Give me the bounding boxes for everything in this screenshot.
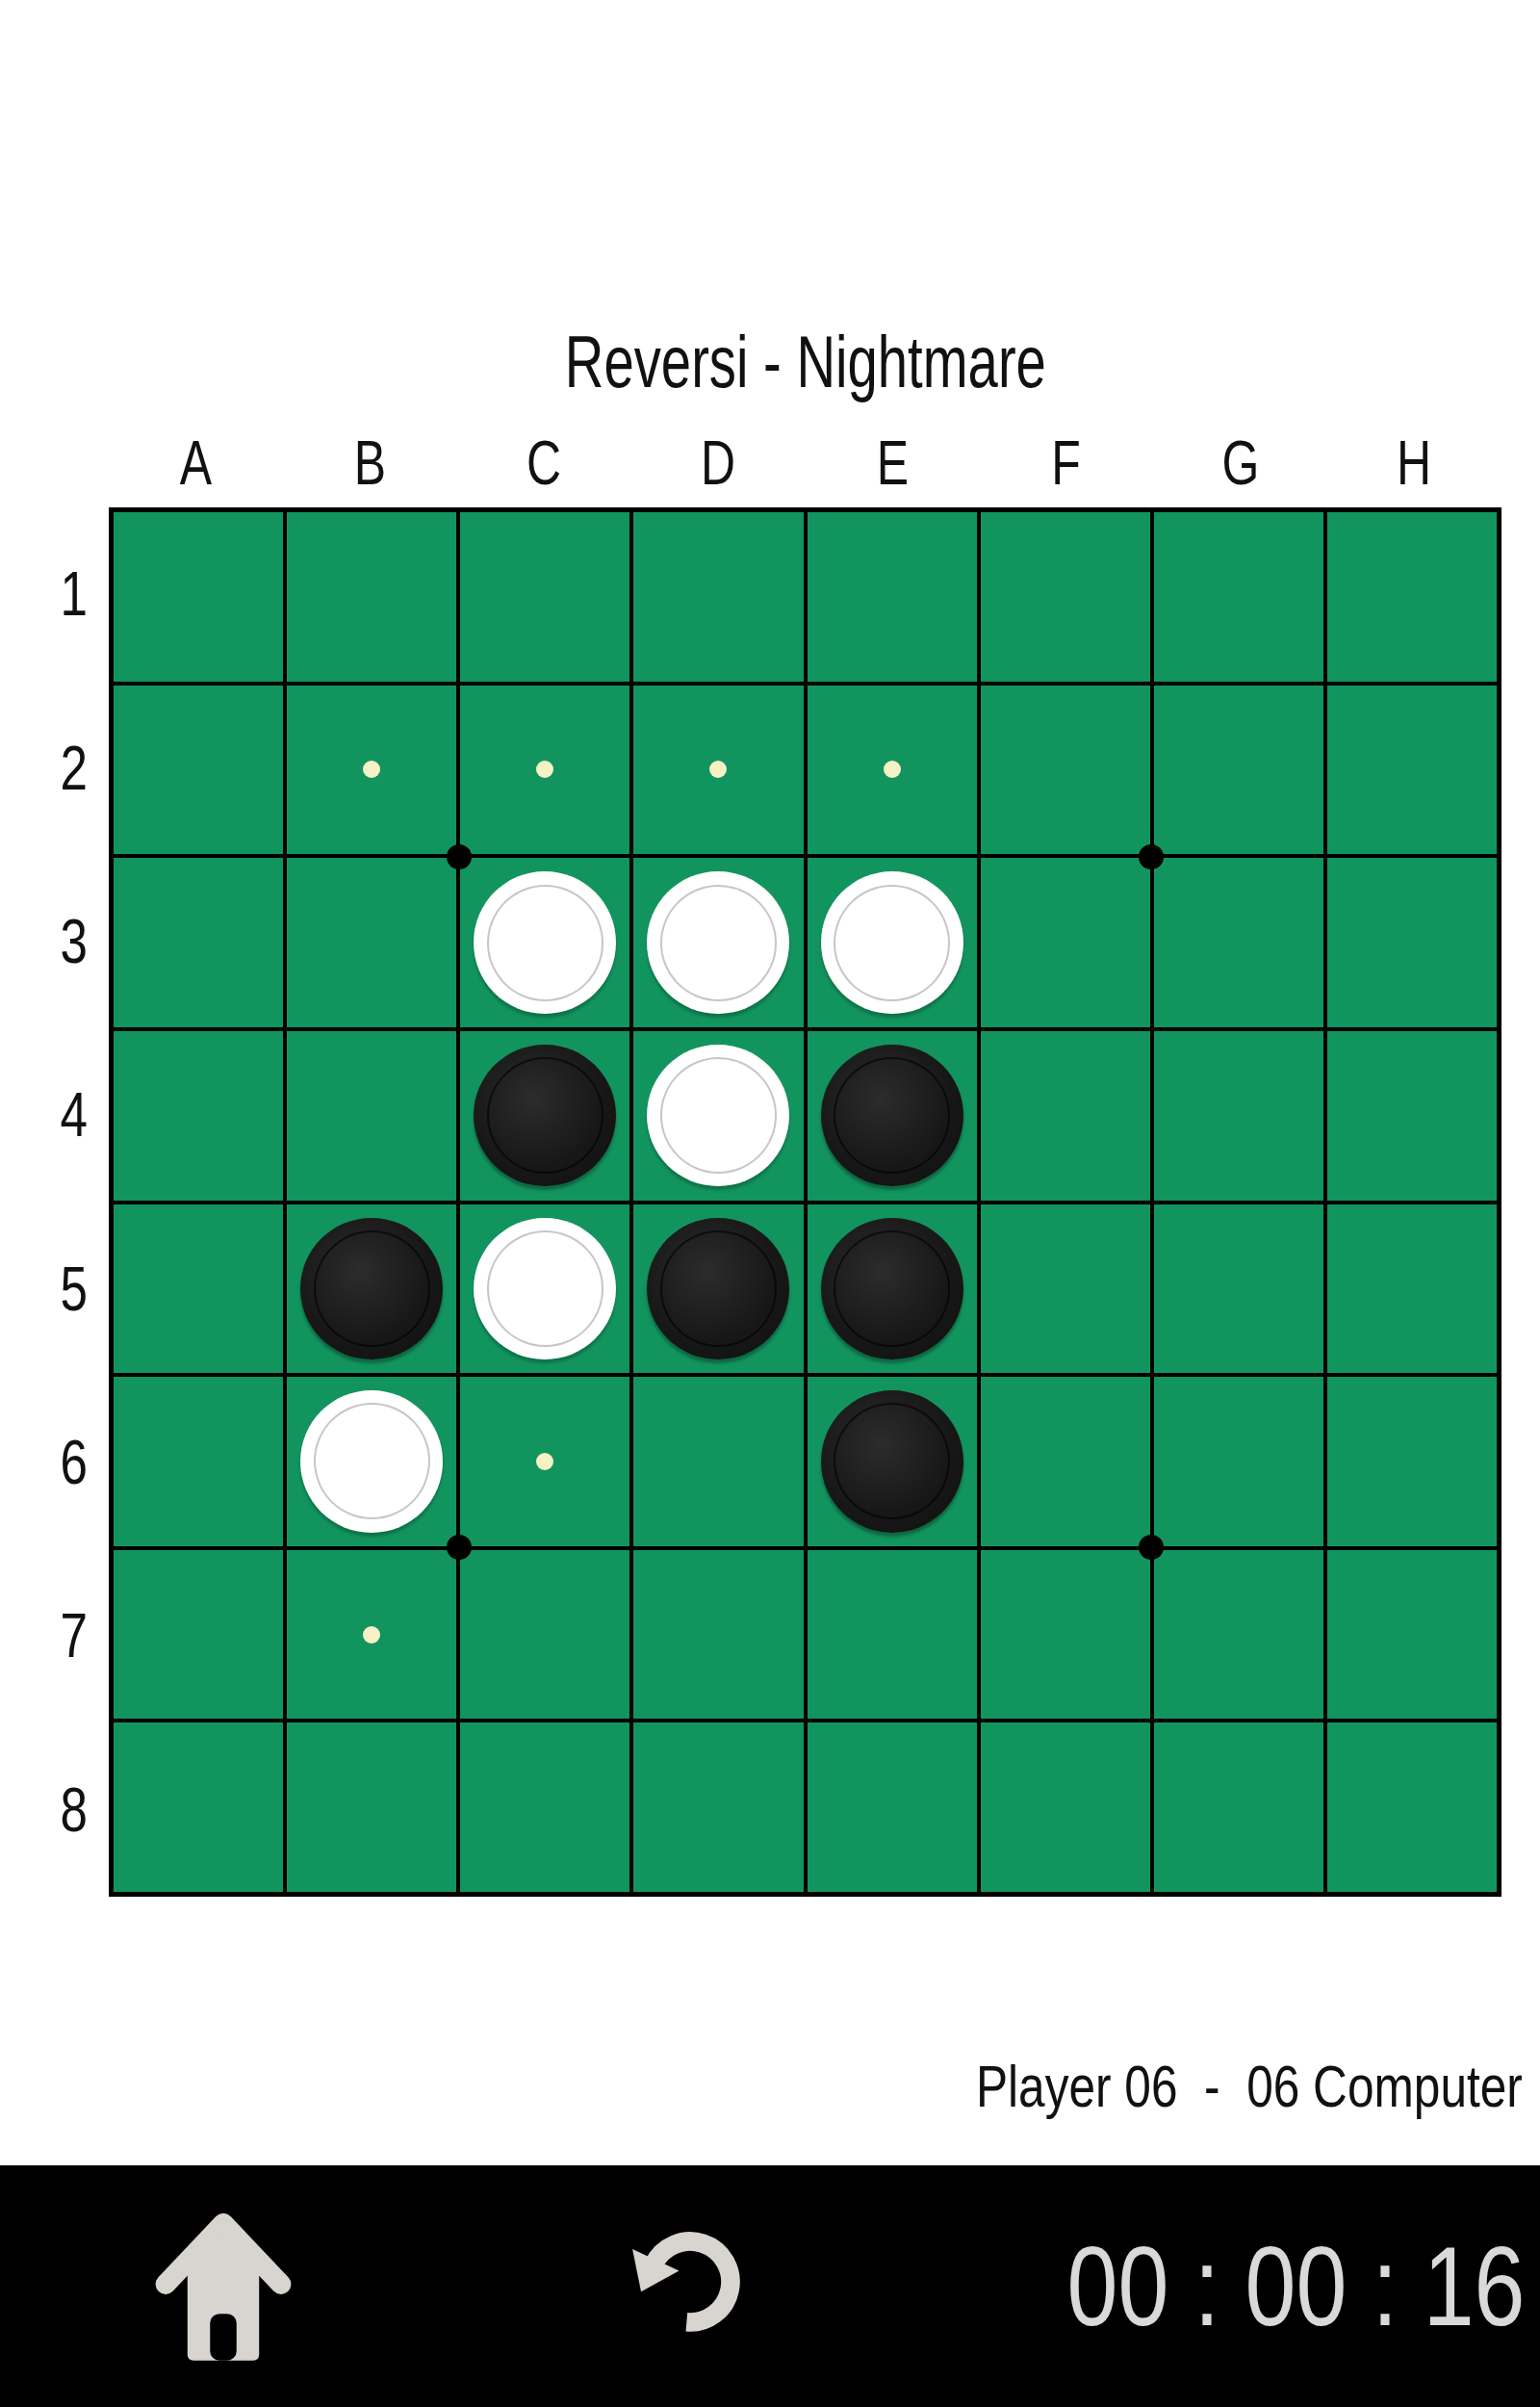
row-label-2: 2 bbox=[61, 738, 88, 799]
cell-b8[interactable] bbox=[287, 1722, 456, 1892]
white-disc bbox=[300, 1390, 443, 1533]
home-icon bbox=[142, 2200, 304, 2371]
legal-move-hint bbox=[363, 761, 380, 778]
legal-move-hint bbox=[709, 761, 727, 778]
cell-b4[interactable] bbox=[287, 1031, 456, 1201]
undo-icon bbox=[616, 2208, 751, 2342]
cell-d3[interactable] bbox=[633, 858, 803, 1027]
column-label-b: B bbox=[354, 432, 386, 494]
cell-g2[interactable] bbox=[1154, 686, 1323, 855]
row-label-1: 1 bbox=[61, 563, 88, 625]
cell-b2[interactable] bbox=[287, 686, 456, 855]
white-disc bbox=[647, 1045, 789, 1187]
cell-g3[interactable] bbox=[1154, 858, 1323, 1027]
column-label-c: C bbox=[526, 432, 561, 494]
cell-h7[interactable] bbox=[1327, 1550, 1497, 1720]
page-title: Reversi - Nightmare bbox=[109, 325, 1501, 399]
black-disc bbox=[821, 1218, 963, 1360]
board-star-point bbox=[447, 844, 472, 869]
black-disc bbox=[821, 1045, 963, 1187]
cell-c1[interactable] bbox=[460, 512, 629, 682]
black-disc bbox=[474, 1045, 616, 1187]
score-text: Player 06 - 06 Computer bbox=[976, 2057, 1523, 2116]
board-star-point bbox=[1139, 844, 1164, 869]
cell-c5[interactable] bbox=[460, 1204, 629, 1374]
cell-h6[interactable] bbox=[1327, 1377, 1497, 1546]
cell-h8[interactable] bbox=[1327, 1722, 1497, 1892]
legal-move-hint bbox=[536, 1453, 553, 1470]
column-label-a: A bbox=[180, 432, 212, 494]
cell-a5[interactable] bbox=[114, 1204, 283, 1374]
cell-a4[interactable] bbox=[114, 1031, 283, 1201]
column-label-f: F bbox=[1052, 432, 1081, 494]
cell-c4[interactable] bbox=[460, 1031, 629, 1201]
board bbox=[109, 507, 1501, 1897]
cell-d6[interactable] bbox=[633, 1377, 803, 1546]
cell-d4[interactable] bbox=[633, 1031, 803, 1201]
column-label-d: D bbox=[701, 432, 735, 494]
cell-h3[interactable] bbox=[1327, 858, 1497, 1027]
row-label-7: 7 bbox=[61, 1605, 88, 1667]
cell-f5[interactable] bbox=[981, 1204, 1150, 1374]
row-label-6: 6 bbox=[61, 1432, 88, 1493]
cell-c8[interactable] bbox=[460, 1722, 629, 1892]
column-label-h: H bbox=[1398, 432, 1432, 494]
legal-move-hint bbox=[363, 1626, 380, 1643]
row-label-4: 4 bbox=[61, 1084, 88, 1146]
app-screen: Reversi - Nightmare ABCDEFGH 12345678 Pl… bbox=[0, 0, 1540, 2407]
column-label-g: G bbox=[1221, 432, 1259, 494]
cell-g8[interactable] bbox=[1154, 1722, 1323, 1892]
cell-h5[interactable] bbox=[1327, 1204, 1497, 1374]
cell-a6[interactable] bbox=[114, 1377, 283, 1546]
row-label-3: 3 bbox=[61, 911, 88, 972]
white-disc bbox=[474, 1218, 616, 1360]
cell-d7[interactable] bbox=[633, 1550, 803, 1720]
cell-a7[interactable] bbox=[114, 1550, 283, 1720]
cell-f7[interactable] bbox=[981, 1550, 1150, 1720]
cell-f8[interactable] bbox=[981, 1722, 1150, 1892]
board-star-point bbox=[447, 1535, 472, 1560]
cell-f1[interactable] bbox=[981, 512, 1150, 682]
white-disc bbox=[474, 871, 616, 1014]
cell-b1[interactable] bbox=[287, 512, 456, 682]
cell-b5[interactable] bbox=[287, 1204, 456, 1374]
cell-e8[interactable] bbox=[808, 1722, 977, 1892]
cell-d2[interactable] bbox=[633, 686, 803, 855]
cell-d1[interactable] bbox=[633, 512, 803, 682]
cell-a8[interactable] bbox=[114, 1722, 283, 1892]
cell-h1[interactable] bbox=[1327, 512, 1497, 682]
cell-e7[interactable] bbox=[808, 1550, 977, 1720]
bottom-bar: 00 : 00 : 16 bbox=[0, 2165, 1540, 2407]
legal-move-hint bbox=[536, 761, 553, 778]
black-disc bbox=[647, 1218, 789, 1360]
cell-g5[interactable] bbox=[1154, 1204, 1323, 1374]
cell-h4[interactable] bbox=[1327, 1031, 1497, 1201]
cell-e6[interactable] bbox=[808, 1377, 977, 1546]
row-labels: 12345678 bbox=[0, 507, 109, 1897]
cell-c6[interactable] bbox=[460, 1377, 629, 1546]
cell-b7[interactable] bbox=[287, 1550, 456, 1720]
row-label-5: 5 bbox=[61, 1258, 88, 1320]
column-label-e: E bbox=[876, 432, 908, 494]
cell-c3[interactable] bbox=[460, 858, 629, 1027]
cell-d8[interactable] bbox=[633, 1722, 803, 1892]
black-disc bbox=[821, 1390, 963, 1533]
cell-f6[interactable] bbox=[981, 1377, 1150, 1546]
cell-c7[interactable] bbox=[460, 1550, 629, 1720]
cell-f4[interactable] bbox=[981, 1031, 1150, 1201]
cell-e1[interactable] bbox=[808, 512, 977, 682]
cell-a1[interactable] bbox=[114, 512, 283, 682]
cell-g1[interactable] bbox=[1154, 512, 1323, 682]
game-timer: 00 : 00 : 16 bbox=[1066, 2165, 1525, 2407]
board-star-point bbox=[1139, 1535, 1164, 1560]
cell-e3[interactable] bbox=[808, 858, 977, 1027]
cell-a3[interactable] bbox=[114, 858, 283, 1027]
cell-e4[interactable] bbox=[808, 1031, 977, 1201]
cell-c2[interactable] bbox=[460, 686, 629, 855]
black-disc bbox=[300, 1218, 443, 1360]
cell-g7[interactable] bbox=[1154, 1550, 1323, 1720]
white-disc bbox=[821, 871, 963, 1014]
cell-f2[interactable] bbox=[981, 686, 1150, 855]
undo-button[interactable] bbox=[616, 2208, 751, 2342]
cell-b3[interactable] bbox=[287, 858, 456, 1027]
white-disc bbox=[647, 871, 789, 1014]
cell-e2[interactable] bbox=[808, 686, 977, 855]
cell-d5[interactable] bbox=[633, 1204, 803, 1374]
row-label-8: 8 bbox=[61, 1779, 88, 1841]
legal-move-hint bbox=[884, 761, 901, 778]
cell-g4[interactable] bbox=[1154, 1031, 1323, 1201]
cell-g6[interactable] bbox=[1154, 1377, 1323, 1546]
cell-h2[interactable] bbox=[1327, 686, 1497, 855]
cell-f3[interactable] bbox=[981, 858, 1150, 1027]
cell-b6[interactable] bbox=[287, 1377, 456, 1546]
home-button[interactable] bbox=[142, 2200, 304, 2371]
cell-a2[interactable] bbox=[114, 686, 283, 855]
column-labels: ABCDEFGH bbox=[109, 425, 1501, 494]
cell-e5[interactable] bbox=[808, 1204, 977, 1374]
